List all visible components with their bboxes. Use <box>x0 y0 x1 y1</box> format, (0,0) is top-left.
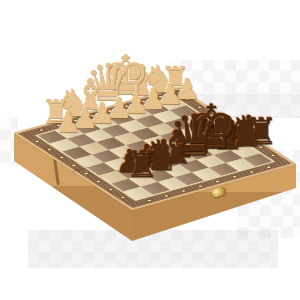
piece-white-queen: ♛ <box>85 59 131 107</box>
product-photo-canvas: ♜♞♝♛♚♝♞♜♟♟♟♟♟♟♟♟♟♟♟♟♟♟♟♟♜♞♝♛♚♝♞♜ <box>0 0 300 300</box>
transparency-checker-background <box>28 230 278 268</box>
transparency-checker-background <box>170 60 300 94</box>
piece-white-king: ♚ <box>100 49 149 101</box>
